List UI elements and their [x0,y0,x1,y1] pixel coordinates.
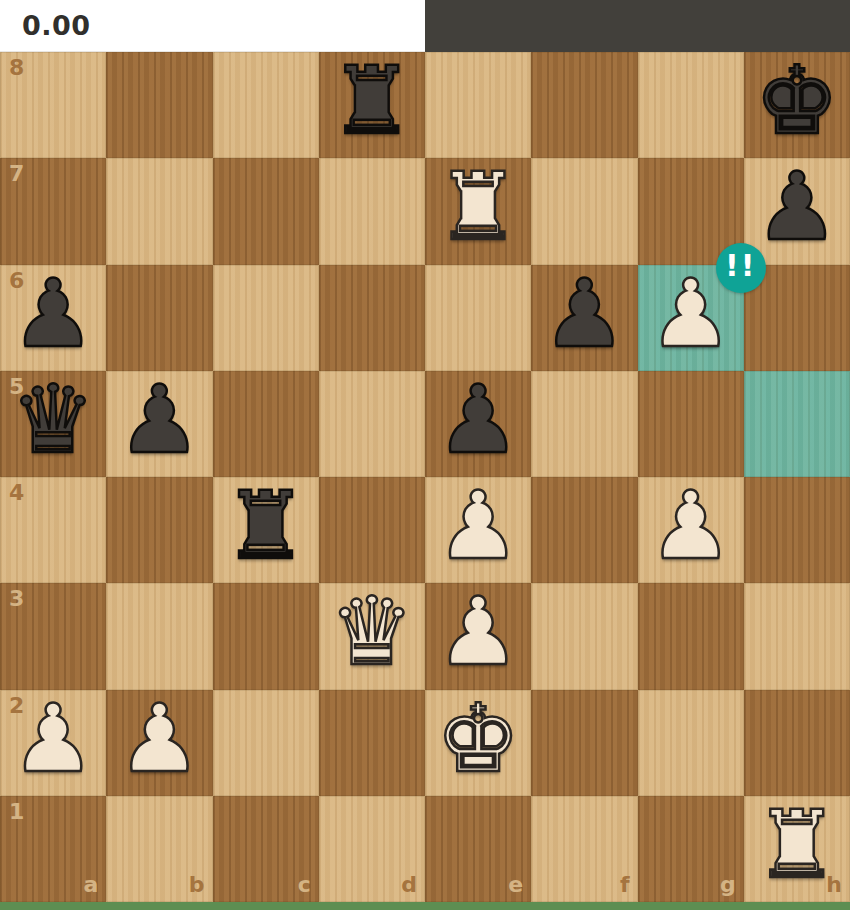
square-f7[interactable] [531,158,637,264]
square-e7[interactable]: ♜ [425,158,531,264]
square-e4[interactable]: ♟ [425,477,531,583]
square-c5[interactable] [213,371,319,477]
square-a5[interactable]: 5♛ [0,371,106,477]
piece-white-queen[interactable]: ♛ [330,585,414,679]
square-b6[interactable] [106,265,212,371]
square-d2[interactable] [319,690,425,796]
square-c4[interactable]: ♜ [213,477,319,583]
square-e2[interactable]: ♚ [425,690,531,796]
square-e1[interactable]: e [425,796,531,902]
piece-white-pawn[interactable]: ♟ [648,479,732,573]
square-a1[interactable]: 1a [0,796,106,902]
piece-black-king[interactable]: ♚ [755,54,839,148]
piece-black-rook[interactable]: ♜ [330,54,414,148]
square-d4[interactable] [319,477,425,583]
square-c8[interactable] [213,52,319,158]
square-g2[interactable] [638,690,744,796]
rank-label-3: 3 [9,588,24,610]
bottom-strip [0,902,850,910]
square-h8[interactable]: ♚ [744,52,850,158]
piece-white-rook[interactable]: ♜ [755,798,839,892]
square-h5[interactable] [744,371,850,477]
square-a2[interactable]: 2♟ [0,690,106,796]
piece-black-rook[interactable]: ♜ [223,479,307,573]
file-label-a: a [83,874,98,896]
square-b4[interactable] [106,477,212,583]
rank-label-1: 1 [9,801,24,823]
square-f8[interactable] [531,52,637,158]
piece-black-queen[interactable]: ♛ [11,373,95,467]
rank-label-7: 7 [9,163,24,185]
square-h7[interactable]: ♟ [744,158,850,264]
square-h1[interactable]: h♜ [744,796,850,902]
square-f4[interactable] [531,477,637,583]
brilliant-move-badge-label: !! [725,251,756,281]
square-a7[interactable]: 7 [0,158,106,264]
piece-white-pawn[interactable]: ♟ [436,479,520,573]
square-d3[interactable]: ♛ [319,583,425,689]
piece-white-pawn[interactable]: ♟ [11,692,95,786]
square-d1[interactable]: d [319,796,425,902]
square-b1[interactable]: b [106,796,212,902]
square-f1[interactable]: f [531,796,637,902]
file-label-c: c [298,874,311,896]
square-d5[interactable] [319,371,425,477]
square-g8[interactable] [638,52,744,158]
square-g1[interactable]: g [638,796,744,902]
square-b7[interactable] [106,158,212,264]
square-f2[interactable] [531,690,637,796]
square-f6[interactable]: ♟ [531,265,637,371]
square-c3[interactable] [213,583,319,689]
file-label-e: e [508,874,523,896]
square-b2[interactable]: ♟ [106,690,212,796]
evaluation-bar-white-side: 0.00 [0,0,425,52]
file-label-d: d [401,874,417,896]
square-d6[interactable] [319,265,425,371]
square-h4[interactable] [744,477,850,583]
piece-black-pawn[interactable]: ♟ [436,373,520,467]
evaluation-score: 0.00 [22,10,91,41]
square-d8[interactable]: ♜ [319,52,425,158]
square-d7[interactable] [319,158,425,264]
piece-white-king[interactable]: ♚ [436,692,520,786]
rank-label-8: 8 [9,57,24,79]
square-c2[interactable] [213,690,319,796]
brilliant-move-badge: !! [716,243,766,293]
square-h2[interactable] [744,690,850,796]
square-e5[interactable]: ♟ [425,371,531,477]
square-g4[interactable]: ♟ [638,477,744,583]
chess-board: 8♜♚7♜♟6♟♟♟!!5♛♟♟4♜♟♟3♛♟2♟♟♚1abcdefgh♜ [0,52,850,902]
piece-white-pawn[interactable]: ♟ [436,585,520,679]
piece-black-pawn[interactable]: ♟ [11,267,95,361]
square-h3[interactable] [744,583,850,689]
evaluation-bar: 0.00 [0,0,850,52]
file-label-g: g [720,874,736,896]
file-label-f: f [620,874,630,896]
square-c6[interactable] [213,265,319,371]
square-b5[interactable]: ♟ [106,371,212,477]
evaluation-bar-black-side [425,0,850,52]
square-e3[interactable]: ♟ [425,583,531,689]
square-g5[interactable] [638,371,744,477]
square-c1[interactable]: c [213,796,319,902]
piece-black-pawn[interactable]: ♟ [117,373,201,467]
square-f3[interactable] [531,583,637,689]
piece-white-pawn[interactable]: ♟ [117,692,201,786]
piece-black-pawn[interactable]: ♟ [542,267,626,361]
rank-label-4: 4 [9,482,24,504]
square-e8[interactable] [425,52,531,158]
square-a3[interactable]: 3 [0,583,106,689]
piece-black-pawn[interactable]: ♟ [755,160,839,254]
square-a6[interactable]: 6♟ [0,265,106,371]
square-a8[interactable]: 8 [0,52,106,158]
square-b3[interactable] [106,583,212,689]
square-f5[interactable] [531,371,637,477]
square-g3[interactable] [638,583,744,689]
square-b8[interactable] [106,52,212,158]
square-e6[interactable] [425,265,531,371]
square-a4[interactable]: 4 [0,477,106,583]
file-label-b: b [189,874,205,896]
piece-white-rook[interactable]: ♜ [436,160,520,254]
square-g6[interactable]: ♟!! [638,265,744,371]
square-c7[interactable] [213,158,319,264]
